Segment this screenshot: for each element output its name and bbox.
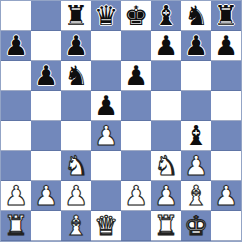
square-d3[interactable]: [91, 151, 121, 181]
black-rook-piece[interactable]: ♜: [214, 2, 238, 29]
white-king-piece[interactable]: ♚: [184, 212, 208, 239]
square-a4[interactable]: [1, 121, 31, 151]
square-b3[interactable]: [31, 151, 61, 181]
square-a3[interactable]: [1, 151, 31, 181]
square-f4[interactable]: [151, 121, 181, 151]
square-d5[interactable]: ♟: [91, 91, 121, 121]
white-knight-piece[interactable]: ♞: [154, 152, 178, 179]
square-a1[interactable]: ♜: [1, 211, 31, 241]
square-c1[interactable]: ♝: [61, 211, 91, 241]
black-pawn-piece[interactable]: ♟: [64, 32, 88, 59]
black-knight-piece[interactable]: ♞: [64, 62, 88, 89]
square-b6[interactable]: ♟: [31, 61, 61, 91]
square-c7[interactable]: ♟: [61, 31, 91, 61]
square-f2[interactable]: ♟: [151, 181, 181, 211]
square-h6[interactable]: [211, 61, 241, 91]
square-h8[interactable]: ♜: [211, 1, 241, 31]
white-rook-piece[interactable]: ♜: [154, 212, 178, 239]
black-bishop-piece[interactable]: ♝: [184, 122, 208, 149]
square-b4[interactable]: [31, 121, 61, 151]
white-rook-piece[interactable]: ♜: [4, 212, 28, 239]
square-h1[interactable]: [211, 211, 241, 241]
white-pawn-piece[interactable]: ♟: [124, 182, 148, 209]
square-d8[interactable]: ♛: [91, 1, 121, 31]
black-pawn-piece[interactable]: ♟: [4, 32, 28, 59]
square-a5[interactable]: [1, 91, 31, 121]
white-pawn-piece[interactable]: ♟: [94, 122, 118, 149]
square-e8[interactable]: ♚: [121, 1, 151, 31]
black-pawn-piece[interactable]: ♟: [154, 32, 178, 59]
square-h4[interactable]: [211, 121, 241, 151]
square-b8[interactable]: [31, 1, 61, 31]
square-a8[interactable]: [1, 1, 31, 31]
square-e3[interactable]: [121, 151, 151, 181]
white-knight-piece[interactable]: ♞: [64, 152, 88, 179]
square-g5[interactable]: [181, 91, 211, 121]
chess-board: ♜♛♚♝♞♜♟♟♟♟♟♟♞♟♟♟♝♞♞♟♟♟♟♟♟♝♟♜♝♛♜♚: [0, 0, 242, 242]
square-d1[interactable]: ♛: [91, 211, 121, 241]
square-f3[interactable]: ♞: [151, 151, 181, 181]
square-f7[interactable]: ♟: [151, 31, 181, 61]
black-bishop-piece[interactable]: ♝: [154, 2, 178, 29]
square-a2[interactable]: ♟: [1, 181, 31, 211]
square-e1[interactable]: [121, 211, 151, 241]
white-pawn-piece[interactable]: ♟: [184, 152, 208, 179]
square-e2[interactable]: ♟: [121, 181, 151, 211]
square-e4[interactable]: [121, 121, 151, 151]
square-e5[interactable]: [121, 91, 151, 121]
square-d2[interactable]: [91, 181, 121, 211]
black-pawn-piece[interactable]: ♟: [124, 62, 148, 89]
black-pawn-piece[interactable]: ♟: [34, 62, 58, 89]
black-king-piece[interactable]: ♚: [124, 2, 148, 29]
white-bishop-piece[interactable]: ♝: [64, 212, 88, 239]
square-g8[interactable]: ♞: [181, 1, 211, 31]
square-g2[interactable]: ♝: [181, 181, 211, 211]
square-b2[interactable]: ♟: [31, 181, 61, 211]
square-f5[interactable]: [151, 91, 181, 121]
square-c5[interactable]: [61, 91, 91, 121]
black-rook-piece[interactable]: ♜: [64, 2, 88, 29]
square-c4[interactable]: [61, 121, 91, 151]
white-pawn-piece[interactable]: ♟: [34, 182, 58, 209]
square-b7[interactable]: [31, 31, 61, 61]
white-pawn-piece[interactable]: ♟: [64, 182, 88, 209]
square-e6[interactable]: ♟: [121, 61, 151, 91]
square-b1[interactable]: [31, 211, 61, 241]
white-pawn-piece[interactable]: ♟: [214, 182, 238, 209]
square-d7[interactable]: [91, 31, 121, 61]
square-f1[interactable]: ♜: [151, 211, 181, 241]
square-c8[interactable]: ♜: [61, 1, 91, 31]
black-pawn-piece[interactable]: ♟: [184, 32, 208, 59]
square-h3[interactable]: [211, 151, 241, 181]
white-queen-piece[interactable]: ♛: [94, 212, 118, 239]
black-pawn-piece[interactable]: ♟: [214, 32, 238, 59]
black-pawn-piece[interactable]: ♟: [94, 92, 118, 119]
square-d4[interactable]: ♟: [91, 121, 121, 151]
square-g4[interactable]: ♝: [181, 121, 211, 151]
square-c2[interactable]: ♟: [61, 181, 91, 211]
square-g7[interactable]: ♟: [181, 31, 211, 61]
black-queen-piece[interactable]: ♛: [94, 2, 118, 29]
square-d6[interactable]: [91, 61, 121, 91]
square-g1[interactable]: ♚: [181, 211, 211, 241]
square-a7[interactable]: ♟: [1, 31, 31, 61]
white-bishop-piece[interactable]: ♝: [184, 182, 208, 209]
square-h7[interactable]: ♟: [211, 31, 241, 61]
white-pawn-piece[interactable]: ♟: [154, 182, 178, 209]
square-f6[interactable]: [151, 61, 181, 91]
white-pawn-piece[interactable]: ♟: [4, 182, 28, 209]
square-h5[interactable]: [211, 91, 241, 121]
square-f8[interactable]: ♝: [151, 1, 181, 31]
square-h2[interactable]: ♟: [211, 181, 241, 211]
square-c6[interactable]: ♞: [61, 61, 91, 91]
square-e7[interactable]: [121, 31, 151, 61]
square-a6[interactable]: [1, 61, 31, 91]
black-knight-piece[interactable]: ♞: [184, 2, 208, 29]
square-g6[interactable]: [181, 61, 211, 91]
square-g3[interactable]: ♟: [181, 151, 211, 181]
square-c3[interactable]: ♞: [61, 151, 91, 181]
square-b5[interactable]: [31, 91, 61, 121]
